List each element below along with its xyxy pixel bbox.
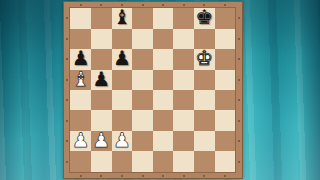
square-b4[interactable] bbox=[91, 90, 112, 110]
rank-marker-right-1 bbox=[238, 161, 240, 163]
thumbnail-scene: ♝♚♟♟♚♝♟♟♟♟ bbox=[0, 0, 320, 180]
file-marker-top-a bbox=[80, 4, 82, 6]
square-h1[interactable] bbox=[215, 151, 236, 171]
square-f7[interactable] bbox=[173, 29, 194, 49]
square-h6[interactable] bbox=[215, 49, 236, 69]
piece-white-pawn[interactable]: ♟ bbox=[113, 130, 131, 150]
square-h3[interactable] bbox=[215, 110, 236, 130]
file-marker-bottom-a bbox=[80, 175, 82, 177]
square-e3[interactable] bbox=[153, 110, 174, 130]
square-d2[interactable] bbox=[132, 131, 153, 151]
file-marker-top-d bbox=[142, 4, 144, 6]
square-f8[interactable] bbox=[173, 8, 194, 28]
square-a4[interactable] bbox=[70, 90, 91, 110]
square-g5[interactable] bbox=[194, 70, 215, 90]
square-f5[interactable] bbox=[173, 70, 194, 90]
chess-board: ♝♚♟♟♚♝♟♟♟♟ bbox=[63, 1, 243, 179]
square-g2[interactable] bbox=[194, 131, 215, 151]
square-h5[interactable] bbox=[215, 70, 236, 90]
square-e8[interactable] bbox=[153, 8, 174, 28]
square-d7[interactable] bbox=[132, 29, 153, 49]
square-e4[interactable] bbox=[153, 90, 174, 110]
square-h4[interactable] bbox=[215, 90, 236, 110]
rank-marker-right-8 bbox=[238, 17, 240, 19]
rank-marker-left-5 bbox=[66, 79, 68, 81]
rank-marker-right-3 bbox=[238, 120, 240, 122]
square-b5[interactable]: ♟ bbox=[91, 70, 112, 90]
square-b2[interactable]: ♟ bbox=[91, 131, 112, 151]
square-c5[interactable] bbox=[112, 70, 133, 90]
square-f3[interactable] bbox=[173, 110, 194, 130]
file-marker-top-h bbox=[224, 4, 226, 6]
square-c1[interactable] bbox=[112, 151, 133, 171]
square-f6[interactable] bbox=[173, 49, 194, 69]
piece-black-pawn[interactable]: ♟ bbox=[113, 48, 131, 68]
piece-white-pawn[interactable]: ♟ bbox=[92, 130, 110, 150]
square-h2[interactable] bbox=[215, 131, 236, 151]
square-g4[interactable] bbox=[194, 90, 215, 110]
square-e7[interactable] bbox=[153, 29, 174, 49]
square-c6[interactable]: ♟ bbox=[112, 49, 133, 69]
square-f1[interactable] bbox=[173, 151, 194, 171]
rank-marker-left-4 bbox=[66, 99, 68, 101]
square-h8[interactable] bbox=[215, 8, 236, 28]
file-marker-top-c bbox=[121, 4, 123, 6]
piece-white-king[interactable]: ♚ bbox=[195, 48, 213, 68]
square-g8[interactable]: ♚ bbox=[194, 8, 215, 28]
rank-marker-left-1 bbox=[66, 161, 68, 163]
file-marker-bottom-f bbox=[183, 175, 185, 177]
square-a8[interactable] bbox=[70, 8, 91, 28]
square-e6[interactable] bbox=[153, 49, 174, 69]
square-b8[interactable] bbox=[91, 8, 112, 28]
file-marker-bottom-g bbox=[203, 175, 205, 177]
square-f4[interactable] bbox=[173, 90, 194, 110]
square-b1[interactable] bbox=[91, 151, 112, 171]
file-marker-top-f bbox=[183, 4, 185, 6]
square-g1[interactable] bbox=[194, 151, 215, 171]
file-marker-bottom-h bbox=[224, 175, 226, 177]
square-a5[interactable]: ♝ bbox=[70, 70, 91, 90]
rank-marker-right-2 bbox=[238, 140, 240, 142]
piece-black-pawn[interactable]: ♟ bbox=[72, 48, 90, 68]
square-c8[interactable]: ♝ bbox=[112, 8, 133, 28]
rank-marker-left-3 bbox=[66, 120, 68, 122]
square-d3[interactable] bbox=[132, 110, 153, 130]
square-f2[interactable] bbox=[173, 131, 194, 151]
file-marker-bottom-d bbox=[142, 175, 144, 177]
square-h7[interactable] bbox=[215, 29, 236, 49]
square-g3[interactable] bbox=[194, 110, 215, 130]
piece-white-pawn[interactable]: ♟ bbox=[72, 130, 90, 150]
rank-marker-right-4 bbox=[238, 99, 240, 101]
rank-marker-right-7 bbox=[238, 38, 240, 40]
square-e2[interactable] bbox=[153, 131, 174, 151]
square-d8[interactable] bbox=[132, 8, 153, 28]
rank-marker-left-2 bbox=[66, 140, 68, 142]
square-e1[interactable] bbox=[153, 151, 174, 171]
square-d1[interactable] bbox=[132, 151, 153, 171]
square-b7[interactable] bbox=[91, 29, 112, 49]
file-marker-top-e bbox=[162, 4, 164, 6]
square-g6[interactable]: ♚ bbox=[194, 49, 215, 69]
square-d4[interactable] bbox=[132, 90, 153, 110]
rank-marker-right-6 bbox=[238, 58, 240, 60]
piece-black-pawn[interactable]: ♟ bbox=[92, 68, 110, 88]
piece-black-king[interactable]: ♚ bbox=[195, 7, 213, 27]
piece-white-bishop[interactable]: ♝ bbox=[72, 68, 90, 88]
piece-black-bishop[interactable]: ♝ bbox=[113, 7, 131, 27]
square-d6[interactable] bbox=[132, 49, 153, 69]
file-marker-bottom-e bbox=[162, 175, 164, 177]
square-d5[interactable] bbox=[132, 70, 153, 90]
square-a2[interactable]: ♟ bbox=[70, 131, 91, 151]
rank-marker-left-7 bbox=[66, 38, 68, 40]
rank-marker-left-8 bbox=[66, 17, 68, 19]
square-e5[interactable] bbox=[153, 70, 174, 90]
square-c2[interactable]: ♟ bbox=[112, 131, 133, 151]
file-marker-bottom-b bbox=[100, 175, 102, 177]
file-marker-top-b bbox=[100, 4, 102, 6]
square-c4[interactable] bbox=[112, 90, 133, 110]
board-grid: ♝♚♟♟♚♝♟♟♟♟ bbox=[70, 8, 235, 172]
square-a1[interactable] bbox=[70, 151, 91, 171]
file-marker-bottom-c bbox=[121, 175, 123, 177]
rank-marker-left-6 bbox=[66, 58, 68, 60]
rank-marker-right-5 bbox=[238, 79, 240, 81]
